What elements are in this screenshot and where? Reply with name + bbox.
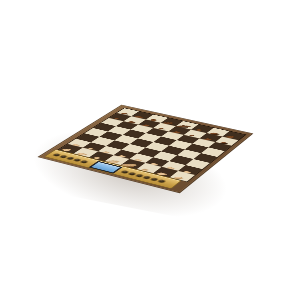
panel-button-right-3[interactable] (136, 174, 143, 177)
panel-button-right-2[interactable] (129, 172, 136, 175)
panel-button-right-1[interactable] (122, 170, 129, 173)
panel-button-right-5[interactable] (151, 178, 158, 181)
panel-button-left-4[interactable] (74, 158, 81, 161)
panel-button-right-6[interactable] (158, 179, 165, 182)
panel-button-right-4[interactable] (143, 176, 150, 179)
panel-button-left-5[interactable] (81, 160, 88, 163)
product-photo: ♜♞♝♛♚♝♞♜♟♟♟♟♟♟♟♟♟♟♟♟♟♟♟♟♜♞♝♛♚♝♞♜ (0, 0, 300, 300)
